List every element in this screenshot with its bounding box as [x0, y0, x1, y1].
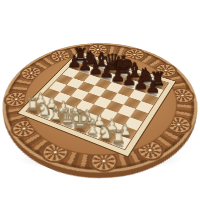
- round-carved-board: ♜♞♝♛♚♝♞♜♟♟♟♟♟♟♟♟♟♟♟♟♟♟♟♟♜♞♝♛♚♝♞♜: [0, 28, 200, 200]
- piece-white-rook: ♜: [110, 128, 126, 146]
- product-photo-round-chess-set: ♜♞♝♛♚♝♞♜♟♟♟♟♟♟♟♟♟♟♟♟♟♟♟♟♜♞♝♛♚♝♞♜: [0, 0, 200, 200]
- square-f5: [112, 93, 130, 105]
- piece-black-pawn: ♟: [145, 79, 160, 96]
